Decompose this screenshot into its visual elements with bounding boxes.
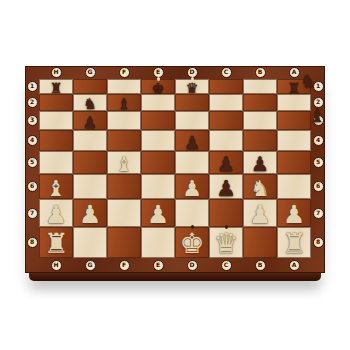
square-e4[interactable] [175, 151, 209, 174]
white-rook: ♜ [281, 227, 306, 260]
square-a1[interactable]: ♜ [39, 227, 73, 258]
board-front-edge [29, 273, 321, 281]
square-b4[interactable] [73, 151, 107, 174]
frame-corner-1 [25, 66, 39, 79]
coord-left-3: 3 [25, 111, 39, 130]
coord-top-B6-disc: B [255, 67, 266, 78]
square-b2[interactable]: ♟ [73, 199, 107, 227]
coord-top-F2: F [107, 66, 141, 79]
square-e7[interactable] [175, 94, 209, 111]
square-a6[interactable] [39, 111, 73, 130]
square-g6[interactable] [243, 111, 277, 130]
square-g5[interactable] [243, 130, 277, 151]
square-a8[interactable]: ♜ [39, 79, 73, 94]
coord-bottom-C5: C [209, 258, 243, 273]
square-c1[interactable] [107, 227, 141, 258]
coord-right-2: 2 [311, 94, 325, 111]
coord-bottom-H0-disc: H [51, 260, 62, 271]
square-h6[interactable] [277, 111, 311, 130]
square-b7[interactable]: ♞ [73, 94, 107, 111]
coord-top-G1: G [73, 66, 107, 79]
white-pawn: ♟ [45, 200, 67, 229]
coord-bottom-C5-disc: C [221, 260, 232, 271]
coord-right-5: 5 [311, 151, 325, 174]
square-g8[interactable] [243, 79, 277, 94]
coord-left-8: 8 [25, 227, 39, 258]
square-a7[interactable] [39, 94, 73, 111]
square-g4[interactable]: ♟ [243, 151, 277, 174]
square-b8[interactable] [73, 79, 107, 94]
square-b5[interactable] [73, 130, 107, 151]
coord-bottom-B6-disc: B [255, 260, 266, 271]
coord-left-4: 4 [25, 130, 39, 151]
white-queen: ♛ [213, 227, 238, 260]
square-f4[interactable]: ♟ [209, 151, 243, 174]
coord-bottom-D4-disc: D [187, 260, 198, 271]
coord-bottom-F2-disc: F [119, 260, 130, 271]
coord-right-6-disc: 6 [313, 181, 324, 192]
coord-top-A7: A [277, 66, 311, 79]
square-c4[interactable]: ♝ [107, 151, 141, 174]
black-pawn: ♟ [216, 176, 236, 201]
coord-right-8: 8 [311, 227, 325, 258]
white-king: ♚ [179, 227, 204, 260]
coord-left-8-disc: 8 [27, 237, 38, 248]
chessboard: HGFEDCBA1♜♚♛♜12♞♝23♟34♟45♝♟♟56♝♟♟♞67♟♟♟♟… [25, 66, 325, 273]
coord-right-3: 3 [311, 111, 325, 130]
square-g2[interactable]: ♟ [243, 199, 277, 227]
square-e2[interactable] [175, 199, 209, 227]
coord-top-G1-disc: G [85, 67, 96, 78]
coord-left-3-disc: 3 [27, 115, 38, 126]
coord-right-7-disc: 7 [313, 208, 324, 219]
coord-bottom-F2: F [107, 258, 141, 273]
white-pawn: ♟ [182, 176, 202, 201]
coord-bottom-D4: D [175, 258, 209, 273]
coord-bottom-E3: E [141, 258, 175, 273]
square-e6[interactable] [175, 111, 209, 130]
coord-right-7: 7 [311, 199, 325, 227]
frame-corner-4 [311, 258, 325, 273]
square-h1[interactable]: ♜ [277, 227, 311, 258]
coord-left-1-disc: 1 [27, 81, 38, 92]
white-pawn: ♟ [79, 200, 101, 229]
square-f7[interactable] [209, 94, 243, 111]
square-e1[interactable]: ♚ [175, 227, 209, 258]
coord-left-2: 2 [25, 94, 39, 111]
square-f5[interactable] [209, 130, 243, 151]
square-e5[interactable]: ♟ [175, 130, 209, 151]
square-c7[interactable]: ♝ [107, 94, 141, 111]
coord-left-2-disc: 2 [27, 97, 38, 108]
square-f1[interactable]: ♛ [209, 227, 243, 258]
white-bishop: ♝ [115, 152, 133, 176]
coord-right-1: 1 [311, 79, 325, 94]
white-knight: ♞ [250, 176, 270, 201]
square-b1[interactable] [73, 227, 107, 258]
square-h4[interactable] [277, 151, 311, 174]
square-d6[interactable] [141, 111, 175, 130]
square-d1[interactable] [141, 227, 175, 258]
coord-bottom-G1-disc: G [85, 260, 96, 271]
square-h8[interactable]: ♜ [277, 79, 311, 94]
coord-left-1: 1 [25, 79, 39, 94]
square-h5[interactable] [277, 130, 311, 151]
square-g7[interactable] [243, 94, 277, 111]
black-pawn: ♟ [251, 152, 269, 176]
square-h2[interactable]: ♟ [277, 199, 311, 227]
product-photo-stage: HGFEDCBA1♜♚♛♜12♞♝23♟34♟45♝♟♟56♝♟♟♞67♟♟♟♟… [0, 0, 350, 350]
coord-right-6: 6 [311, 174, 325, 199]
coord-left-6: 6 [25, 174, 39, 199]
square-g3[interactable]: ♞ [243, 174, 277, 199]
coord-top-C5-disc: C [221, 67, 232, 78]
black-pawn: ♟ [217, 152, 235, 176]
coord-right-4: 4 [311, 130, 325, 151]
coord-right-4-disc: 4 [313, 135, 324, 146]
coord-bottom-A7-disc: A [289, 260, 300, 271]
square-d8[interactable]: ♚ [141, 79, 175, 94]
square-d5[interactable] [141, 130, 175, 151]
square-a2[interactable]: ♟ [39, 199, 73, 227]
coord-bottom-H0: H [39, 258, 73, 273]
square-c3[interactable] [107, 174, 141, 199]
square-d7[interactable] [141, 94, 175, 111]
coord-top-H0-disc: H [51, 67, 62, 78]
square-f3[interactable]: ♟ [209, 174, 243, 199]
square-h3[interactable] [277, 174, 311, 199]
frame-corner-3 [25, 258, 39, 273]
coord-left-4-disc: 4 [27, 135, 38, 146]
square-a5[interactable] [39, 130, 73, 151]
frame-corner-2 [311, 66, 325, 79]
square-d4[interactable] [141, 151, 175, 174]
square-h7[interactable] [277, 94, 311, 111]
coord-left-7-disc: 7 [27, 208, 38, 219]
coord-top-C5: C [209, 66, 243, 79]
board-frame: HGFEDCBA1♜♚♛♜12♞♝23♟34♟45♝♟♟56♝♟♟♞67♟♟♟♟… [25, 66, 325, 273]
coord-bottom-E3-disc: E [153, 260, 164, 271]
square-a3[interactable]: ♝ [39, 174, 73, 199]
white-pawn: ♟ [249, 200, 271, 229]
coord-right-8-disc: 8 [313, 237, 324, 248]
square-e3[interactable]: ♟ [175, 174, 209, 199]
coord-left-6-disc: 6 [27, 181, 38, 192]
coord-right-5-disc: 5 [313, 157, 324, 168]
square-b3[interactable] [73, 174, 107, 199]
coord-top-A7-disc: A [289, 67, 300, 78]
square-f2[interactable] [209, 199, 243, 227]
square-f8[interactable] [209, 79, 243, 94]
coord-bottom-G1: G [73, 258, 107, 273]
square-c2[interactable] [107, 199, 141, 227]
coord-right-1-disc: 1 [313, 81, 324, 92]
white-pawn: ♟ [283, 200, 305, 229]
coord-left-7: 7 [25, 199, 39, 227]
coord-top-H0: H [39, 66, 73, 79]
coord-left-5: 5 [25, 151, 39, 174]
coord-bottom-B6: B [243, 258, 277, 273]
square-a4[interactable] [39, 151, 73, 174]
square-d3[interactable] [141, 174, 175, 199]
square-f6[interactable] [209, 111, 243, 130]
square-c8[interactable] [107, 79, 141, 94]
coord-top-B6: B [243, 66, 277, 79]
square-c5[interactable] [107, 130, 141, 151]
white-bishop: ♝ [46, 176, 66, 201]
coord-top-F2-disc: F [119, 67, 130, 78]
coord-right-2-disc: 2 [313, 97, 324, 108]
white-rook: ♜ [43, 227, 68, 260]
square-b6[interactable]: ♟ [73, 111, 107, 130]
coord-left-5-disc: 5 [27, 157, 38, 168]
coord-bottom-A7: A [277, 258, 311, 273]
square-e8[interactable]: ♛ [175, 79, 209, 94]
square-d2[interactable]: ♟ [141, 199, 175, 227]
white-pawn: ♟ [147, 200, 169, 229]
square-c6[interactable] [107, 111, 141, 130]
black-pawn: ♟ [184, 132, 200, 153]
square-g1[interactable] [243, 227, 277, 258]
coord-right-3-disc: 3 [313, 115, 324, 126]
